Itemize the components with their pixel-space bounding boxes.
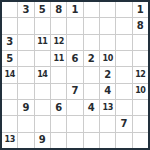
clue-cell: 8 — [133, 18, 148, 33]
clue-cell: 1 — [67, 2, 82, 17]
empty-cell[interactable] — [84, 67, 99, 82]
empty-cell[interactable] — [116, 100, 131, 115]
empty-cell[interactable] — [100, 116, 115, 131]
empty-cell[interactable] — [116, 2, 131, 17]
empty-cell[interactable] — [67, 100, 82, 115]
empty-cell[interactable] — [2, 84, 17, 99]
empty-cell[interactable] — [67, 67, 82, 82]
empty-cell[interactable] — [18, 35, 33, 50]
clue-cell: 2 — [84, 51, 99, 66]
empty-cell[interactable] — [116, 18, 131, 33]
empty-cell[interactable] — [18, 116, 33, 131]
clue-cell: 13 — [100, 100, 115, 115]
empty-cell[interactable] — [84, 116, 99, 131]
empty-cell[interactable] — [67, 18, 82, 33]
clue-cell: 8 — [51, 2, 66, 17]
empty-cell[interactable] — [18, 133, 33, 148]
empty-cell[interactable] — [100, 35, 115, 50]
empty-cell[interactable] — [2, 100, 17, 115]
clue-cell: 4 — [100, 84, 115, 99]
empty-cell[interactable] — [116, 133, 131, 148]
empty-cell[interactable] — [35, 84, 50, 99]
empty-cell[interactable] — [84, 18, 99, 33]
empty-cell[interactable] — [84, 35, 99, 50]
clue-cell: 7 — [67, 84, 82, 99]
empty-cell[interactable] — [133, 100, 148, 115]
empty-cell[interactable] — [100, 18, 115, 33]
empty-cell[interactable] — [133, 116, 148, 131]
empty-cell[interactable] — [51, 67, 66, 82]
clue-cell: 10 — [133, 84, 148, 99]
empty-cell[interactable] — [133, 133, 148, 148]
empty-cell[interactable] — [116, 51, 131, 66]
empty-cell[interactable] — [100, 133, 115, 148]
clue-cell: 9 — [18, 100, 33, 115]
empty-cell[interactable] — [84, 2, 99, 17]
empty-cell[interactable] — [35, 18, 50, 33]
clue-cell: 6 — [67, 51, 82, 66]
empty-cell[interactable] — [2, 116, 17, 131]
clue-cell: 4 — [84, 100, 99, 115]
clue-cell: 14 — [2, 67, 17, 82]
clue-cell: 3 — [18, 2, 33, 17]
clue-cell: 12 — [51, 35, 66, 50]
empty-cell[interactable] — [67, 116, 82, 131]
empty-cell[interactable] — [35, 100, 50, 115]
empty-cell[interactable] — [51, 18, 66, 33]
clue-cell: 5 — [35, 2, 50, 17]
clue-cell: 11 — [51, 51, 66, 66]
empty-cell[interactable] — [35, 51, 50, 66]
clue-cell: 11 — [35, 35, 50, 50]
empty-cell[interactable] — [84, 133, 99, 148]
clue-cell: 1 — [133, 2, 148, 17]
empty-cell[interactable] — [133, 51, 148, 66]
clue-cell: 7 — [116, 116, 131, 131]
empty-cell[interactable] — [51, 133, 66, 148]
empty-cell[interactable] — [116, 35, 131, 50]
empty-cell[interactable] — [18, 51, 33, 66]
puzzle-board: 35811831112511621014142127410964137139 — [0, 0, 150, 150]
empty-cell[interactable] — [133, 35, 148, 50]
clue-cell: 14 — [35, 67, 50, 82]
empty-cell[interactable] — [116, 67, 131, 82]
clue-cell: 3 — [2, 35, 17, 50]
empty-cell[interactable] — [2, 2, 17, 17]
empty-cell[interactable] — [18, 67, 33, 82]
clue-cell: 2 — [100, 67, 115, 82]
empty-cell[interactable] — [67, 133, 82, 148]
clue-cell: 12 — [133, 67, 148, 82]
clue-cell: 5 — [2, 51, 17, 66]
empty-cell[interactable] — [116, 84, 131, 99]
empty-cell[interactable] — [51, 84, 66, 99]
empty-cell[interactable] — [51, 116, 66, 131]
clue-cell: 6 — [51, 100, 66, 115]
empty-cell[interactable] — [2, 18, 17, 33]
clue-cell: 10 — [100, 51, 115, 66]
empty-cell[interactable] — [18, 18, 33, 33]
empty-cell[interactable] — [35, 116, 50, 131]
empty-cell[interactable] — [67, 35, 82, 50]
empty-cell[interactable] — [100, 2, 115, 17]
clue-cell: 9 — [35, 133, 50, 148]
empty-cell[interactable] — [84, 84, 99, 99]
clue-cell: 13 — [2, 133, 17, 148]
empty-cell[interactable] — [18, 84, 33, 99]
